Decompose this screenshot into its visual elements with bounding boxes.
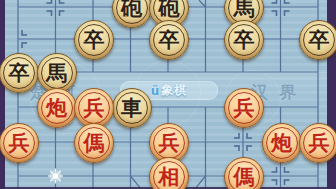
piece-character: 傌 xyxy=(84,133,105,154)
piece-red-cannon[interactable]: 炮 xyxy=(37,88,77,128)
piece-red-soldier[interactable]: 兵 xyxy=(224,88,264,128)
piece-character: 馬 xyxy=(234,0,255,19)
piece-black-soldier[interactable]: 卒 xyxy=(299,20,336,60)
piece-black-soldier[interactable]: 卒 xyxy=(74,20,114,60)
piece-character: 卒 xyxy=(9,63,30,84)
piece-character: 兵 xyxy=(9,133,30,154)
piece-black-cannon[interactable]: 砲 xyxy=(112,0,152,28)
piece-character: 兵 xyxy=(84,98,105,119)
piece-character: 兵 xyxy=(309,133,330,154)
piece-black-soldier[interactable]: 卒 xyxy=(224,20,264,60)
piece-character: 馬 xyxy=(46,63,67,84)
piece-red-soldier[interactable]: 兵 xyxy=(299,123,336,163)
piece-red-soldier[interactable]: 兵 xyxy=(0,123,39,163)
piece-character: 卒 xyxy=(309,30,330,51)
piece-character: 兵 xyxy=(159,133,180,154)
piece-red-elephant[interactable]: 相 xyxy=(149,157,189,189)
pieces-layer: 砲砲馬卒卒卒卒卒馬車炮兵兵兵傌兵炮兵相傌 xyxy=(0,0,336,189)
xiangqi-board[interactable]: 楚河 汉界 ü 象棋 砲砲馬卒卒卒卒卒馬車炮兵兵兵傌兵炮兵相傌 xyxy=(0,0,336,189)
piece-character: 炮 xyxy=(46,98,67,119)
piece-character: 傌 xyxy=(234,167,255,188)
piece-red-horse[interactable]: 傌 xyxy=(74,123,114,163)
piece-character: 砲 xyxy=(159,0,180,19)
piece-character: 炮 xyxy=(271,133,292,154)
piece-red-horse[interactable]: 傌 xyxy=(224,157,264,189)
piece-character: 砲 xyxy=(121,0,142,19)
piece-black-soldier[interactable]: 卒 xyxy=(149,20,189,60)
piece-character: 車 xyxy=(121,98,142,119)
piece-character: 卒 xyxy=(159,30,180,51)
piece-character: 相 xyxy=(159,167,180,188)
piece-character: 卒 xyxy=(84,30,105,51)
piece-red-cannon[interactable]: 炮 xyxy=(262,123,302,163)
piece-black-chariot[interactable]: 車 xyxy=(112,88,152,128)
piece-black-horse[interactable]: 馬 xyxy=(37,53,77,93)
piece-black-soldier[interactable]: 卒 xyxy=(0,53,39,93)
piece-character: 兵 xyxy=(234,98,255,119)
piece-red-soldier[interactable]: 兵 xyxy=(74,88,114,128)
piece-character: 卒 xyxy=(234,30,255,51)
